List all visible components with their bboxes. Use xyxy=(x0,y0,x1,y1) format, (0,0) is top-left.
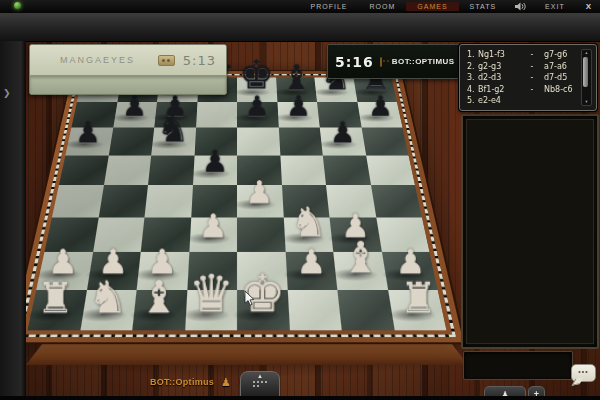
move-list-panel: 1.Ng1-f3-g7-g62.g2-g3-a7-a63.d2-d3-d7-d5… xyxy=(459,44,597,111)
scrollbar-thumb[interactable] xyxy=(583,57,588,87)
scroll-up-icon[interactable]: ▲ xyxy=(582,50,591,56)
player-panel: MANGAEYES 5:13 xyxy=(29,44,227,95)
piece-glyph: ♞ xyxy=(290,201,326,242)
bottom-strip xyxy=(0,396,600,400)
move-list: 1.Ng1-f3-g7-g62.g2-g3-a7-a63.d2-d3-d7-d5… xyxy=(467,49,580,107)
header-band xyxy=(0,13,600,42)
opponent-name-dropdown[interactable]: BOT::OPTIMUS xyxy=(392,57,455,66)
menu-room[interactable]: ROOM xyxy=(358,2,406,11)
opponent-clock: 5:16 xyxy=(335,54,374,70)
player-panel-top: MANGAEYES 5:13 xyxy=(30,45,226,75)
piece-glyph: ♛ xyxy=(188,268,234,319)
piece-glyph: ♜ xyxy=(399,277,437,319)
menu-exit[interactable]: EXIT xyxy=(534,2,576,11)
move-list-scrollbar[interactable]: ▲ ▼ xyxy=(581,49,592,106)
up-arrow-icon: ▲ xyxy=(241,372,279,380)
chat-messages-area xyxy=(466,119,594,344)
move-row: 5.e2-e4 xyxy=(467,95,580,107)
mouse-cursor xyxy=(244,291,256,307)
menu-stats[interactable]: STATS xyxy=(459,2,508,11)
close-icon[interactable]: X xyxy=(576,2,597,11)
left-tab-chevron[interactable]: ❯ xyxy=(3,88,11,98)
piece-glyph: ♟ xyxy=(330,119,356,148)
coin-icon xyxy=(380,57,382,67)
piece-glyph: ♞ xyxy=(88,275,128,319)
piece-glyph: ♟ xyxy=(122,93,147,121)
pawn-icon: ♟ xyxy=(221,377,231,387)
move-row: 2.g2-g3-a7-a6 xyxy=(467,61,580,73)
piece-glyph: ♟ xyxy=(368,93,393,121)
piece-glyph: ♟ xyxy=(76,119,102,148)
chess-app-window: ♜♝♛♚♝♞♜♟♟♟♟♟♟♞♟♟♟♟♞♟♟♟♟♟♝♟♜♞♝♛♚♜ ❯ PROFI… xyxy=(0,0,600,400)
move-row: 3.d2-d3-d7-d5 xyxy=(467,72,580,84)
scroll-down-icon[interactable]: ▼ xyxy=(582,99,591,105)
tray-dots xyxy=(253,381,267,387)
speaker-icon[interactable] xyxy=(507,2,534,11)
piece-layer: ♜♝♛♚♝♞♜♟♟♟♟♟♟♞♟♟♟♟♞♟♟♟♟♟♝♟♜♞♝♛♚♜ xyxy=(27,78,446,331)
piece-glyph: ♟ xyxy=(245,93,270,121)
piece-glyph: ♟ xyxy=(286,93,311,121)
piece-glyph: ♜ xyxy=(37,277,75,319)
menu-bar: PROFILE ROOM GAMES STATS EXIT X xyxy=(0,0,600,13)
credits-icon xyxy=(158,55,175,66)
chat-bubble-icon[interactable]: ••• xyxy=(571,364,596,382)
opponent-panel: 5:16 BOT::OPTIMUS ◀ xyxy=(327,44,463,79)
move-row: 4.Bf1-g2-Nb8-c6 xyxy=(467,84,580,96)
player-panel-strip xyxy=(30,75,226,94)
bot-name-label: BOT::Optimus xyxy=(150,377,214,387)
status-dot xyxy=(14,2,21,9)
chess-board: ♜♝♛♚♝♞♜♟♟♟♟♟♟♞♟♟♟♟♞♟♟♟♟♟♝♟♜♞♝♛♚♜ xyxy=(8,70,466,344)
piece-glyph: ♝ xyxy=(140,275,180,319)
chat-panel xyxy=(461,114,599,349)
piece-glyph: ♝ xyxy=(342,237,380,279)
player-clock: 5:13 xyxy=(183,53,216,68)
tray-toggle-button[interactable]: ▲ xyxy=(240,371,280,399)
piece-glyph: ♞ xyxy=(157,111,190,147)
move-row: 1.Ng1-f3-g7-g6 xyxy=(467,49,580,61)
piece-glyph: ♟ xyxy=(199,210,228,242)
piece-glyph: ♟ xyxy=(202,147,229,177)
bottom-status: BOT::Optimus ♟ xyxy=(150,377,253,387)
menu-games[interactable]: GAMES xyxy=(406,2,458,11)
chat-input[interactable] xyxy=(463,351,573,380)
menu-profile[interactable]: PROFILE xyxy=(300,2,359,11)
piece-glyph: ♟ xyxy=(246,177,274,208)
player-name: MANGAEYES xyxy=(60,55,135,65)
piece-glyph: ♟ xyxy=(296,245,326,278)
